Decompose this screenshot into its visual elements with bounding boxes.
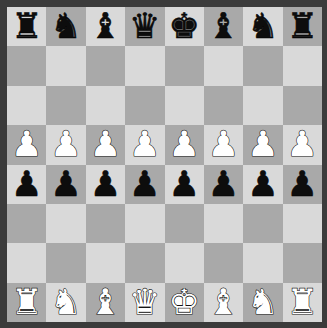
square-g5[interactable]: ♟︎ <box>243 125 282 164</box>
square-e6[interactable] <box>165 86 204 125</box>
square-g6[interactable] <box>243 86 282 125</box>
square-h3[interactable] <box>283 204 322 243</box>
square-g1[interactable]: ♞︎ <box>243 283 282 322</box>
square-e7[interactable] <box>165 46 204 85</box>
square-b4[interactable]: ♟︎ <box>46 165 85 204</box>
piece-black-bishop[interactable]: ♝︎ <box>90 7 121 46</box>
square-b6[interactable] <box>46 86 85 125</box>
piece-black-pawn[interactable]: ♟︎ <box>208 165 239 204</box>
square-f3[interactable] <box>204 204 243 243</box>
piece-white-pawn[interactable]: ♟︎ <box>287 125 318 164</box>
square-d7[interactable] <box>125 46 164 85</box>
square-a3[interactable] <box>7 204 46 243</box>
square-e3[interactable] <box>165 204 204 243</box>
piece-white-queen[interactable]: ♛︎ <box>129 283 160 322</box>
piece-black-knight[interactable]: ♞︎ <box>247 7 278 46</box>
piece-white-bishop[interactable]: ♝︎ <box>208 283 239 322</box>
square-f4[interactable]: ♟︎ <box>204 165 243 204</box>
piece-white-rook[interactable]: ♜︎ <box>11 283 42 322</box>
square-a6[interactable] <box>7 86 46 125</box>
square-d8[interactable]: ♛︎ <box>125 7 164 46</box>
square-b8[interactable]: ♞︎ <box>46 7 85 46</box>
piece-white-pawn[interactable]: ♟︎ <box>11 125 42 164</box>
square-h2[interactable] <box>283 243 322 282</box>
piece-black-pawn[interactable]: ♟︎ <box>90 165 121 204</box>
piece-white-pawn[interactable]: ♟︎ <box>90 125 121 164</box>
square-h7[interactable] <box>283 46 322 85</box>
square-f6[interactable] <box>204 86 243 125</box>
square-c6[interactable] <box>86 86 125 125</box>
square-e2[interactable] <box>165 243 204 282</box>
piece-white-knight[interactable]: ♞︎ <box>50 283 81 322</box>
square-c3[interactable] <box>86 204 125 243</box>
square-f8[interactable]: ♝︎ <box>204 7 243 46</box>
piece-white-bishop[interactable]: ♝︎ <box>90 283 121 322</box>
piece-black-pawn[interactable]: ♟︎ <box>129 165 160 204</box>
square-c1[interactable]: ♝︎ <box>86 283 125 322</box>
square-b7[interactable] <box>46 46 85 85</box>
square-d2[interactable] <box>125 243 164 282</box>
piece-black-bishop[interactable]: ♝︎ <box>208 7 239 46</box>
chess-board-frame: ♜︎♞︎♝︎♛︎♚︎♝︎♞︎♜︎♟︎♟︎♟︎♟︎♟︎♟︎♟︎♟︎♟︎♟︎♟︎♟︎… <box>0 0 327 328</box>
square-c4[interactable]: ♟︎ <box>86 165 125 204</box>
piece-white-knight[interactable]: ♞︎ <box>247 283 278 322</box>
piece-black-pawn[interactable]: ♟︎ <box>247 165 278 204</box>
square-a4[interactable]: ♟︎ <box>7 165 46 204</box>
square-f2[interactable] <box>204 243 243 282</box>
piece-black-king[interactable]: ♚︎ <box>168 7 199 46</box>
square-c7[interactable] <box>86 46 125 85</box>
square-a8[interactable]: ♜︎ <box>7 7 46 46</box>
piece-white-pawn[interactable]: ♟︎ <box>129 125 160 164</box>
square-d6[interactable] <box>125 86 164 125</box>
square-e8[interactable]: ♚︎ <box>165 7 204 46</box>
square-c2[interactable] <box>86 243 125 282</box>
square-a5[interactable]: ♟︎ <box>7 125 46 164</box>
piece-black-pawn[interactable]: ♟︎ <box>11 165 42 204</box>
square-e5[interactable]: ♟︎ <box>165 125 204 164</box>
chess-board: ♜︎♞︎♝︎♛︎♚︎♝︎♞︎♜︎♟︎♟︎♟︎♟︎♟︎♟︎♟︎♟︎♟︎♟︎♟︎♟︎… <box>7 7 322 322</box>
piece-white-king[interactable]: ♚︎ <box>168 283 199 322</box>
square-f7[interactable] <box>204 46 243 85</box>
piece-black-pawn[interactable]: ♟︎ <box>287 165 318 204</box>
square-h4[interactable]: ♟︎ <box>283 165 322 204</box>
square-f5[interactable]: ♟︎ <box>204 125 243 164</box>
piece-black-pawn[interactable]: ♟︎ <box>50 165 81 204</box>
square-a1[interactable]: ♜︎ <box>7 283 46 322</box>
square-h8[interactable]: ♜︎ <box>283 7 322 46</box>
square-h5[interactable]: ♟︎ <box>283 125 322 164</box>
square-d1[interactable]: ♛︎ <box>125 283 164 322</box>
square-b2[interactable] <box>46 243 85 282</box>
piece-black-queen[interactable]: ♛︎ <box>129 7 160 46</box>
square-g2[interactable] <box>243 243 282 282</box>
square-a7[interactable] <box>7 46 46 85</box>
square-e1[interactable]: ♚︎ <box>165 283 204 322</box>
square-d4[interactable]: ♟︎ <box>125 165 164 204</box>
piece-white-pawn[interactable]: ♟︎ <box>208 125 239 164</box>
square-b1[interactable]: ♞︎ <box>46 283 85 322</box>
square-c5[interactable]: ♟︎ <box>86 125 125 164</box>
square-h6[interactable] <box>283 86 322 125</box>
square-h1[interactable]: ♜︎ <box>283 283 322 322</box>
square-g7[interactable] <box>243 46 282 85</box>
piece-white-pawn[interactable]: ♟︎ <box>168 125 199 164</box>
piece-white-rook[interactable]: ♜︎ <box>287 283 318 322</box>
piece-white-pawn[interactable]: ♟︎ <box>50 125 81 164</box>
piece-black-rook[interactable]: ♜︎ <box>11 7 42 46</box>
square-g4[interactable]: ♟︎ <box>243 165 282 204</box>
piece-black-rook[interactable]: ♜︎ <box>287 7 318 46</box>
square-b3[interactable] <box>46 204 85 243</box>
square-f1[interactable]: ♝︎ <box>204 283 243 322</box>
piece-white-pawn[interactable]: ♟︎ <box>247 125 278 164</box>
square-c8[interactable]: ♝︎ <box>86 7 125 46</box>
piece-black-knight[interactable]: ♞︎ <box>50 7 81 46</box>
piece-black-pawn[interactable]: ♟︎ <box>168 165 199 204</box>
square-b5[interactable]: ♟︎ <box>46 125 85 164</box>
square-e4[interactable]: ♟︎ <box>165 165 204 204</box>
square-g8[interactable]: ♞︎ <box>243 7 282 46</box>
square-g3[interactable] <box>243 204 282 243</box>
square-d5[interactable]: ♟︎ <box>125 125 164 164</box>
square-a2[interactable] <box>7 243 46 282</box>
square-d3[interactable] <box>125 204 164 243</box>
